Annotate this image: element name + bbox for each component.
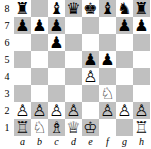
piece-white-pawn[interactable]: ♙ [117,102,131,119]
piece-black-rook[interactable]: ♜ [134,0,148,17]
square-a7[interactable]: ♟ [14,17,31,34]
square-d6[interactable] [65,34,82,51]
square-e2[interactable] [82,102,99,119]
square-g7[interactable]: ♟ [116,17,133,34]
piece-black-pawn[interactable]: ♟ [32,17,46,34]
square-c5[interactable] [48,51,65,68]
square-b2[interactable]: ♙ [31,102,48,119]
square-b7[interactable]: ♟ [31,17,48,34]
square-g4[interactable] [116,68,133,85]
square-c1[interactable]: ♗ [48,119,65,136]
square-f5[interactable]: ♟ [99,51,116,68]
piece-white-pawn[interactable]: ♙ [32,102,46,119]
piece-black-pawn[interactable]: ♟ [15,17,29,34]
square-d1[interactable]: ♕ [65,119,82,136]
piece-black-king[interactable]: ♚ [83,0,97,17]
piece-white-knight[interactable]: ♘ [100,85,114,102]
file-label-d: d [65,136,82,149]
square-e1[interactable]: ♔ [82,119,99,136]
piece-black-pawn[interactable]: ♟ [117,17,131,34]
piece-black-bishop[interactable]: ♝ [100,0,114,17]
square-a1[interactable]: ♖ [14,119,31,136]
square-f2[interactable]: ♙ [99,102,116,119]
piece-white-bishop[interactable]: ♗ [49,119,63,136]
square-g5[interactable] [116,51,133,68]
square-h2[interactable]: ♙ [133,102,150,119]
rank-label-6: 6 [0,34,14,51]
square-h4[interactable] [133,68,150,85]
square-c8[interactable]: ♝ [48,0,65,17]
piece-black-pawn[interactable]: ♟ [49,17,63,34]
square-e7[interactable] [82,17,99,34]
square-b4[interactable] [31,68,48,85]
file-label-e: e [82,136,99,149]
square-h1[interactable]: ♖ [133,119,150,136]
square-c2[interactable]: ♙ [48,102,65,119]
rank-label-2: 2 [0,102,14,119]
square-g1[interactable] [116,119,133,136]
rank-label-7: 7 [0,17,14,34]
square-b5[interactable] [31,51,48,68]
rank-label-3: 3 [0,85,14,102]
square-d2[interactable]: ♙ [65,102,82,119]
square-f6[interactable] [99,34,116,51]
chess-board: ♜♝♛♚♝♞♜♟♟♟♟♟♟♟♟♙♘♙♙♙♙♙♙♙♖♘♗♕♔♖ [14,0,150,136]
file-label-b: b [31,136,48,149]
square-d4[interactable] [65,68,82,85]
square-c4[interactable] [48,68,65,85]
square-f3[interactable]: ♘ [99,85,116,102]
square-f7[interactable] [99,17,116,34]
square-b3[interactable] [31,85,48,102]
piece-white-pawn[interactable]: ♙ [49,102,63,119]
file-label-h: h [133,136,150,149]
square-h6[interactable] [133,34,150,51]
square-d5[interactable] [65,51,82,68]
file-label-c: c [48,136,65,149]
square-g6[interactable] [116,34,133,51]
square-a4[interactable] [14,68,31,85]
piece-black-pawn[interactable]: ♟ [100,51,114,68]
piece-black-bishop[interactable]: ♝ [49,0,63,17]
square-a3[interactable] [14,85,31,102]
piece-black-pawn[interactable]: ♟ [83,51,97,68]
piece-black-queen[interactable]: ♛ [66,0,80,17]
file-label-a: a [14,136,31,149]
piece-white-pawn[interactable]: ♙ [15,102,29,119]
file-label-f: f [99,136,116,149]
piece-white-rook[interactable]: ♖ [134,119,148,136]
board-layout: 87654321 ♜♝♛♚♝♞♜♟♟♟♟♟♟♟♟♙♘♙♙♙♙♙♙♙♖♘♗♕♔♖ … [0,0,151,149]
square-g3[interactable] [116,85,133,102]
rank-labels: 87654321 [0,0,14,136]
square-e8[interactable]: ♚ [82,0,99,17]
square-d3[interactable] [65,85,82,102]
piece-white-rook[interactable]: ♖ [15,119,29,136]
square-c6[interactable]: ♟ [48,34,65,51]
square-f8[interactable]: ♝ [99,0,116,17]
square-h5[interactable] [133,51,150,68]
square-b1[interactable]: ♘ [31,119,48,136]
piece-white-pawn[interactable]: ♙ [83,68,97,85]
rank-label-5: 5 [0,51,14,68]
piece-black-pawn[interactable]: ♟ [134,17,148,34]
square-a6[interactable] [14,34,31,51]
square-d8[interactable]: ♛ [65,0,82,17]
file-label-g: g [116,136,133,149]
piece-white-pawn[interactable]: ♙ [100,102,114,119]
square-e6[interactable] [82,34,99,51]
square-f4[interactable] [99,68,116,85]
square-g2[interactable]: ♙ [116,102,133,119]
square-b8[interactable] [31,0,48,17]
square-c3[interactable] [48,85,65,102]
piece-white-king[interactable]: ♔ [83,119,97,136]
square-a5[interactable] [14,51,31,68]
piece-black-knight[interactable]: ♞ [117,0,131,17]
chessboard-window: 87654321 ♜♝♛♚♝♞♜♟♟♟♟♟♟♟♟♙♘♙♙♙♙♙♙♙♖♘♗♕♔♖ … [0,0,151,149]
square-b6[interactable] [31,34,48,51]
square-f1[interactable] [99,119,116,136]
piece-white-pawn[interactable]: ♙ [134,102,148,119]
square-h7[interactable]: ♟ [133,17,150,34]
square-e5[interactable]: ♟ [82,51,99,68]
square-h8[interactable]: ♜ [133,0,150,17]
piece-black-pawn[interactable]: ♟ [49,34,63,51]
square-e3[interactable] [82,85,99,102]
file-labels: abcdefgh [14,136,150,149]
rank-label-4: 4 [0,68,14,85]
square-a8[interactable]: ♜ [14,0,31,17]
square-h3[interactable] [133,85,150,102]
piece-white-queen[interactable]: ♕ [66,119,80,136]
rank-label-8: 8 [0,0,14,17]
square-d7[interactable] [65,17,82,34]
square-c7[interactable]: ♟ [48,17,65,34]
rank-label-1: 1 [0,119,14,136]
piece-black-rook[interactable]: ♜ [15,0,29,17]
piece-white-pawn[interactable]: ♙ [66,102,80,119]
piece-white-knight[interactable]: ♘ [32,119,46,136]
square-e4[interactable]: ♙ [82,68,99,85]
square-g8[interactable]: ♞ [116,0,133,17]
square-a2[interactable]: ♙ [14,102,31,119]
